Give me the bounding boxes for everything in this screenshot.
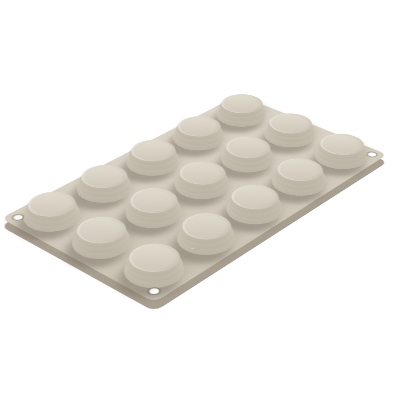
silicone-mold	[1, 95, 387, 303]
product-photo	[0, 0, 400, 400]
scene	[0, 0, 400, 400]
